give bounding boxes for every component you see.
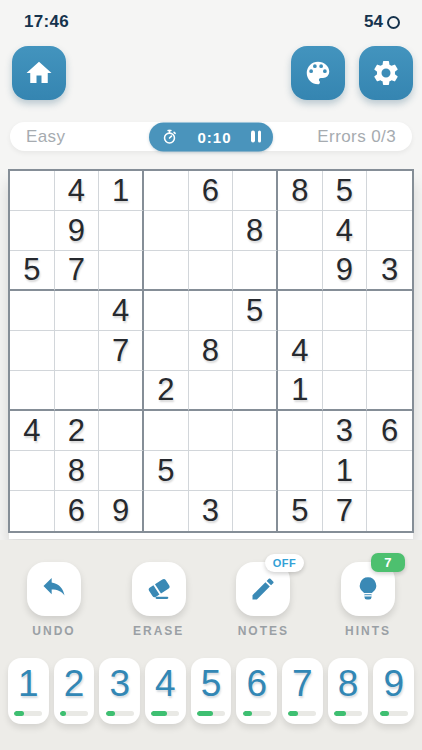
- digit-progress-track: [14, 711, 42, 716]
- digit-progress-fill: [197, 711, 213, 716]
- cell-r8c3[interactable]: [99, 451, 144, 491]
- difficulty-label: Easy: [26, 127, 65, 147]
- cell-r4c3[interactable]: 4: [99, 291, 144, 331]
- cell-r3c7[interactable]: [278, 251, 323, 291]
- battery-indicator: 54: [364, 12, 400, 32]
- clock-time: 17:46: [24, 12, 69, 32]
- cell-r8c1[interactable]: [10, 451, 55, 491]
- cell-r9c9[interactable]: [367, 491, 412, 531]
- cell-r1c7[interactable]: 8: [278, 171, 323, 211]
- cell-r2c4[interactable]: [144, 211, 189, 251]
- cell-r6c6[interactable]: [233, 371, 278, 411]
- cell-r6c7[interactable]: 1: [278, 371, 323, 411]
- cell-r3c1[interactable]: 5: [10, 251, 55, 291]
- notes-label: NOTES: [238, 624, 289, 638]
- cell-r4c1[interactable]: [10, 291, 55, 331]
- numpad-button-1[interactable]: 1: [8, 658, 49, 724]
- cell-r8c9[interactable]: [367, 451, 412, 491]
- digit-progress-track: [334, 711, 362, 716]
- cell-r7c8[interactable]: 3: [323, 411, 368, 451]
- cell-r8c8[interactable]: 1: [323, 451, 368, 491]
- cell-r2c1[interactable]: [10, 211, 55, 251]
- numpad-digit: 9: [383, 662, 404, 706]
- cell-r3c6[interactable]: [233, 251, 278, 291]
- cell-r1c8[interactable]: 5: [323, 171, 368, 211]
- cell-r5c5[interactable]: 8: [189, 331, 234, 371]
- battery-icon: [387, 16, 400, 29]
- cell-r6c5[interactable]: [189, 371, 234, 411]
- cell-r3c5[interactable]: [189, 251, 234, 291]
- digit-progress-track: [197, 711, 225, 716]
- cell-r7c3[interactable]: [99, 411, 144, 451]
- cell-r5c9[interactable]: [367, 331, 412, 371]
- numpad-button-3[interactable]: 3: [99, 658, 140, 724]
- cell-r8c7[interactable]: [278, 451, 323, 491]
- digit-progress-track: [243, 711, 271, 716]
- cell-r7c4[interactable]: [144, 411, 189, 451]
- sudoku-app: 17:46 54 Easy: [0, 0, 422, 750]
- digit-progress-fill: [151, 711, 167, 716]
- cell-r9c2[interactable]: 6: [55, 491, 100, 531]
- cell-r8c2[interactable]: 8: [55, 451, 100, 491]
- digit-progress-track: [106, 711, 134, 716]
- cell-r7c1[interactable]: 4: [10, 411, 55, 451]
- cell-r2c3[interactable]: [99, 211, 144, 251]
- cell-r3c2[interactable]: 7: [55, 251, 100, 291]
- theme-button[interactable]: [291, 46, 345, 100]
- notes-button[interactable]: OFF: [236, 562, 290, 616]
- digit-progress-fill: [243, 711, 252, 716]
- cell-r5c3[interactable]: 7: [99, 331, 144, 371]
- digit-progress-fill: [288, 711, 297, 716]
- cell-r9c8[interactable]: 7: [323, 491, 368, 531]
- cell-r9c5[interactable]: 3: [189, 491, 234, 531]
- cell-r1c5[interactable]: 6: [189, 171, 234, 211]
- cell-r4c7[interactable]: [278, 291, 323, 331]
- cell-r4c4[interactable]: [144, 291, 189, 331]
- home-button[interactable]: [12, 46, 66, 100]
- hints-label: HINTS: [345, 624, 391, 638]
- palette-icon: [303, 58, 333, 88]
- cell-r2c8[interactable]: 4: [323, 211, 368, 251]
- cell-r6c1[interactable]: [10, 371, 55, 411]
- cell-r9c1[interactable]: [10, 491, 55, 531]
- digit-progress-fill: [14, 711, 23, 716]
- cell-r9c6[interactable]: [233, 491, 278, 531]
- erase-button[interactable]: [132, 562, 186, 616]
- cell-r4c8[interactable]: [323, 291, 368, 331]
- notes-off-badge: OFF: [265, 554, 305, 572]
- digit-progress-fill: [60, 711, 66, 716]
- info-bar: Easy 0:10 Errors 0/3: [10, 122, 412, 151]
- cell-r6c4[interactable]: 2: [144, 371, 189, 411]
- undo-button[interactable]: [27, 562, 81, 616]
- numpad-button-5[interactable]: 5: [191, 658, 232, 724]
- gear-icon: [371, 58, 401, 88]
- digit-progress-fill: [334, 711, 346, 716]
- numpad-digit: 3: [109, 662, 130, 706]
- cell-r1c3[interactable]: 1: [99, 171, 144, 211]
- hints-button[interactable]: 7: [341, 562, 395, 616]
- numpad-button-2[interactable]: 2: [54, 658, 95, 724]
- timer-pill[interactable]: 0:10: [149, 122, 273, 151]
- toolbar: UNDO ERASE: [26, 562, 396, 638]
- cell-r1c2[interactable]: 4: [55, 171, 100, 211]
- undo-label: UNDO: [32, 624, 75, 638]
- cell-r3c3[interactable]: [99, 251, 144, 291]
- cell-r5c2[interactable]: [55, 331, 100, 371]
- cell-r5c8[interactable]: [323, 331, 368, 371]
- header: [12, 46, 413, 100]
- sudoku-grid: 4168598457934578421423685169357: [8, 169, 414, 533]
- undo-icon: [40, 575, 68, 603]
- cell-r4c5[interactable]: [189, 291, 234, 331]
- cell-r5c7[interactable]: 4: [278, 331, 323, 371]
- pencil-icon: [249, 575, 277, 603]
- cell-r6c3[interactable]: [99, 371, 144, 411]
- numpad: 123456789: [8, 658, 414, 724]
- cell-r3c4[interactable]: [144, 251, 189, 291]
- cell-r1c1[interactable]: [10, 171, 55, 211]
- settings-button[interactable]: [359, 46, 413, 100]
- cell-r8c4[interactable]: 5: [144, 451, 189, 491]
- erase-label: ERASE: [133, 624, 184, 638]
- numpad-button-8[interactable]: 8: [328, 658, 369, 724]
- numpad-digit: 6: [246, 662, 267, 706]
- cell-r6c9[interactable]: [367, 371, 412, 411]
- battery-percent: 54: [364, 12, 383, 32]
- bottom-panel: UNDO ERASE: [0, 540, 422, 750]
- digit-progress-track: [151, 711, 179, 716]
- cell-r2c9[interactable]: [367, 211, 412, 251]
- cell-r4c6[interactable]: 5: [233, 291, 278, 331]
- cell-r1c4[interactable]: [144, 171, 189, 211]
- digit-progress-fill: [106, 711, 115, 716]
- bulb-icon: [354, 575, 382, 603]
- cell-r6c8[interactable]: [323, 371, 368, 411]
- cell-r9c4[interactable]: [144, 491, 189, 531]
- numpad-digit: 1: [18, 662, 39, 706]
- cell-r7c9[interactable]: 6: [367, 411, 412, 451]
- cell-r4c9[interactable]: [367, 291, 412, 331]
- cell-r2c5[interactable]: [189, 211, 234, 251]
- cell-r1c6[interactable]: [233, 171, 278, 211]
- numpad-digit: 8: [338, 662, 359, 706]
- errors-label: Errors 0/3: [317, 127, 396, 147]
- hints-count-badge: 7: [371, 553, 405, 572]
- status-bar: 17:46 54: [0, 0, 422, 32]
- numpad-digit: 4: [155, 662, 176, 706]
- cell-r7c2[interactable]: 2: [55, 411, 100, 451]
- numpad-digit: 5: [201, 662, 222, 706]
- cell-r5c1[interactable]: [10, 331, 55, 371]
- numpad-digit: 7: [292, 662, 313, 706]
- cell-r8c6[interactable]: [233, 451, 278, 491]
- cell-r2c7[interactable]: [278, 211, 323, 251]
- cell-r4c2[interactable]: [55, 291, 100, 331]
- digit-progress-track: [380, 711, 408, 716]
- cell-r2c2[interactable]: 9: [55, 211, 100, 251]
- cell-r5c4[interactable]: [144, 331, 189, 371]
- cell-r8c5[interactable]: [189, 451, 234, 491]
- cell-r6c2[interactable]: [55, 371, 100, 411]
- numpad-button-9[interactable]: 9: [373, 658, 414, 724]
- cell-r9c7[interactable]: 5: [278, 491, 323, 531]
- digit-progress-fill: [380, 711, 389, 716]
- digit-progress-track: [60, 711, 88, 716]
- timer-value: 0:10: [197, 128, 231, 145]
- cell-r9c3[interactable]: 9: [99, 491, 144, 531]
- digit-progress-track: [288, 711, 316, 716]
- pause-icon[interactable]: [251, 131, 261, 143]
- cell-r7c5[interactable]: [189, 411, 234, 451]
- cell-r7c7[interactable]: [278, 411, 323, 451]
- cell-r7c6[interactable]: [233, 411, 278, 451]
- numpad-button-7[interactable]: 7: [282, 658, 323, 724]
- cell-r3c9[interactable]: 3: [367, 251, 412, 291]
- eraser-icon: [145, 575, 173, 603]
- cell-r5c6[interactable]: [233, 331, 278, 371]
- stopwatch-icon: [161, 128, 178, 145]
- home-icon: [24, 58, 54, 88]
- cell-r1c9[interactable]: [367, 171, 412, 211]
- numpad-button-6[interactable]: 6: [236, 658, 277, 724]
- numpad-digit: 2: [64, 662, 85, 706]
- cell-r3c8[interactable]: 9: [323, 251, 368, 291]
- cell-r2c6[interactable]: 8: [233, 211, 278, 251]
- numpad-button-4[interactable]: 4: [145, 658, 186, 724]
